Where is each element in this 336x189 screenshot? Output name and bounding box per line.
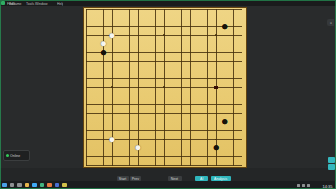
star-point-dot bbox=[163, 139, 165, 141]
star-point bbox=[160, 83, 169, 92]
star-point-dot bbox=[215, 34, 217, 36]
stone-black-Q3: ● bbox=[212, 144, 221, 153]
task-view-icon[interactable] bbox=[17, 183, 22, 188]
stone-white-D4: ● bbox=[108, 135, 117, 144]
status-dot-icon bbox=[6, 154, 9, 157]
menu-item[interactable]: Tools bbox=[26, 1, 34, 5]
board-stones-layer: ●●●●●●●● bbox=[82, 5, 247, 170]
star-point bbox=[160, 31, 169, 40]
taskbar: 14:35 5/20/2024 bbox=[0, 181, 336, 189]
menu-item[interactable]: Game bbox=[12, 1, 22, 5]
stone-white-G3: ● bbox=[134, 144, 143, 153]
browser-icon[interactable] bbox=[32, 183, 37, 188]
star-point-dot bbox=[163, 86, 165, 88]
chevron-left-icon: ◂ bbox=[330, 21, 332, 25]
black-stone-icon: ● bbox=[221, 116, 228, 128]
white-stone-icon: ● bbox=[109, 134, 116, 146]
black-stone-icon: ● bbox=[100, 47, 107, 59]
app-blue-icon[interactable] bbox=[55, 183, 60, 188]
menu-item[interactable]: Window bbox=[35, 1, 47, 5]
menubar: FileEditGameToolsWindowHelp bbox=[0, 0, 336, 6]
marker-square-Q10 bbox=[212, 83, 221, 92]
app-yellow-icon[interactable] bbox=[62, 183, 67, 188]
star-point-dot bbox=[111, 86, 113, 88]
app-green-icon[interactable] bbox=[40, 183, 45, 188]
status-label: Online bbox=[10, 154, 20, 158]
black-stone-icon: ● bbox=[213, 142, 220, 154]
star-point bbox=[160, 135, 169, 144]
white-stone-icon: ● bbox=[109, 30, 116, 42]
app-logo-icon bbox=[1, 1, 5, 5]
star-point-dot bbox=[215, 139, 217, 141]
taskbar-app-icons bbox=[2, 181, 70, 189]
stone-black-R17: ● bbox=[220, 22, 229, 31]
side-tool-button-1[interactable] bbox=[328, 157, 335, 163]
menu-item[interactable]: Help bbox=[57, 1, 64, 5]
connection-status-pill[interactable]: Online ▾ bbox=[3, 150, 30, 161]
right-panel bbox=[247, 6, 336, 181]
search-icon[interactable] bbox=[10, 183, 15, 188]
stone-black-R6: ● bbox=[220, 118, 229, 127]
star-point-dot bbox=[163, 34, 165, 36]
stone-white-D16: ● bbox=[108, 31, 117, 40]
side-tool-button-2[interactable] bbox=[328, 164, 335, 170]
star-point bbox=[212, 31, 221, 40]
taskbar-clock[interactable]: 14:35 5/20/2024 bbox=[288, 181, 333, 189]
white-stone-icon: ● bbox=[135, 142, 142, 154]
stone-black-C14: ● bbox=[99, 48, 108, 57]
app-orange-icon[interactable] bbox=[47, 183, 52, 188]
screen: ●●●●●●●● Online ▾ StartPrevNextAIAnalysi… bbox=[0, 0, 336, 189]
menu-items: FileEditGameToolsWindowHelp bbox=[7, 0, 63, 6]
folder-icon[interactable] bbox=[25, 183, 30, 188]
clock-time: 14:35 bbox=[314, 184, 332, 188]
square-marker-icon bbox=[214, 86, 217, 89]
black-stone-icon: ● bbox=[221, 21, 228, 33]
start-icon[interactable] bbox=[2, 183, 7, 188]
star-point bbox=[108, 83, 117, 92]
panel-collapse-button[interactable]: ◂ bbox=[327, 19, 334, 26]
